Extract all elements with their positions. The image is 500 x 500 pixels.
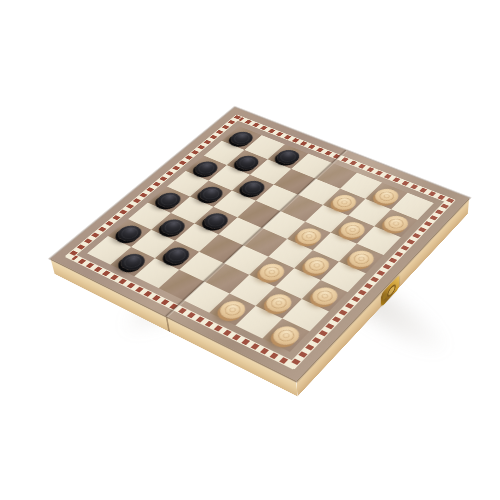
checker-piece-wood[interactable] bbox=[379, 213, 412, 234]
folding-checkers-board bbox=[101, 75, 424, 380]
square[interactable] bbox=[236, 306, 283, 339]
mosaic-border-bottom bbox=[66, 253, 298, 369]
checker-piece-wood[interactable] bbox=[370, 186, 402, 206]
checker-piece-black[interactable] bbox=[160, 244, 194, 266]
square[interactable] bbox=[357, 226, 401, 255]
board-perspective bbox=[101, 75, 424, 380]
square[interactable] bbox=[339, 244, 384, 274]
checker-piece-wood[interactable] bbox=[344, 247, 378, 269]
square[interactable] bbox=[321, 262, 366, 293]
checker-piece-wood[interactable] bbox=[336, 219, 369, 240]
square[interactable] bbox=[179, 252, 224, 282]
square[interactable] bbox=[199, 234, 243, 263]
checker-piece-black[interactable] bbox=[232, 153, 263, 172]
square[interactable] bbox=[262, 318, 309, 351]
checker-piece-wood[interactable] bbox=[268, 322, 304, 347]
square[interactable] bbox=[268, 239, 312, 268]
square[interactable] bbox=[256, 287, 302, 319]
checker-piece-wood[interactable] bbox=[300, 254, 334, 277]
mosaic-border-right bbox=[288, 198, 455, 369]
pieces-layer bbox=[87, 126, 434, 352]
square[interactable] bbox=[230, 275, 276, 306]
checker-piece-black[interactable] bbox=[200, 210, 233, 231]
square[interactable] bbox=[249, 257, 294, 287]
checker-piece-wood[interactable] bbox=[261, 290, 296, 314]
square[interactable] bbox=[110, 247, 154, 276]
square[interactable] bbox=[282, 299, 329, 331]
checker-piece-black[interactable] bbox=[227, 129, 257, 147]
square[interactable] bbox=[134, 258, 179, 288]
checker-piece-black[interactable] bbox=[116, 250, 150, 272]
checker-piece-black[interactable] bbox=[273, 147, 304, 166]
square[interactable] bbox=[159, 270, 204, 301]
checker-piece-black[interactable] bbox=[195, 184, 227, 204]
checker-piece-wood[interactable] bbox=[255, 260, 289, 283]
checker-piece-black[interactable] bbox=[113, 222, 146, 243]
checker-piece-black[interactable] bbox=[157, 216, 190, 237]
square[interactable] bbox=[204, 263, 249, 293]
square[interactable] bbox=[184, 281, 230, 312]
square[interactable] bbox=[243, 228, 287, 257]
square[interactable] bbox=[287, 222, 331, 250]
checker-piece-black[interactable] bbox=[237, 178, 269, 198]
checker-piece-wood[interactable] bbox=[328, 192, 360, 212]
board-face bbox=[51, 107, 469, 381]
square[interactable] bbox=[294, 250, 339, 280]
square[interactable] bbox=[155, 241, 199, 270]
square[interactable] bbox=[302, 280, 348, 311]
square[interactable] bbox=[209, 294, 255, 326]
checker-piece-black[interactable] bbox=[153, 190, 185, 210]
square[interactable] bbox=[224, 245, 269, 274]
board-3d bbox=[51, 107, 469, 381]
product-photo-stage bbox=[0, 0, 500, 500]
checker-piece-black[interactable] bbox=[191, 159, 222, 178]
checker-piece-wood[interactable] bbox=[307, 284, 342, 308]
fold-seam-side bbox=[166, 316, 170, 332]
checker-piece-wood[interactable] bbox=[292, 225, 325, 247]
square[interactable] bbox=[275, 268, 320, 299]
square[interactable] bbox=[313, 233, 357, 262]
checker-piece-wood[interactable] bbox=[215, 297, 250, 321]
